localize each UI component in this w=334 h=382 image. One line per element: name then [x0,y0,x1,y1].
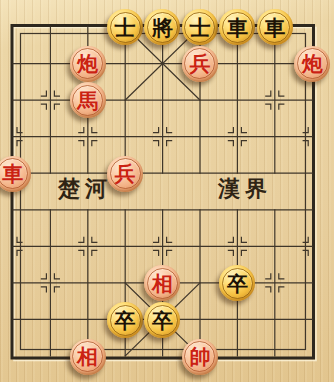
piece-glyph: 卒 [115,311,136,332]
piece-black-chariot[interactable]: 車 [219,9,255,45]
piece-black-general[interactable]: 將 [144,9,180,45]
piece-glyph: 卒 [227,274,248,295]
xiangqi-board[interactable]: 士將士車車炮兵炮馬車兵相卒卒卒相帥 [0,9,331,375]
piece-glyph: 車 [264,18,285,39]
piece-red-chariot[interactable]: 車 [0,156,31,192]
piece-glyph: 兵 [115,164,136,185]
piece-red-cannon[interactable]: 炮 [294,46,330,82]
piece-red-general[interactable]: 帥 [182,339,218,375]
game-screen: 楚河 漢界 士將士車車炮兵炮馬車兵相卒卒卒相帥 [0,0,334,382]
piece-black-soldier[interactable]: 卒 [219,265,255,301]
piece-glyph: 相 [77,347,98,368]
piece-glyph: 士 [189,18,210,39]
piece-glyph: 將 [152,18,173,39]
piece-black-soldier[interactable]: 卒 [107,302,143,338]
piece-red-cannon[interactable]: 炮 [70,46,106,82]
piece-glyph: 相 [152,274,173,295]
piece-black-advisor[interactable]: 士 [182,9,218,45]
piece-black-advisor[interactable]: 士 [107,9,143,45]
piece-glyph: 炮 [77,54,98,75]
piece-red-soldier[interactable]: 兵 [182,46,218,82]
piece-glyph: 車 [2,164,23,185]
piece-black-chariot[interactable]: 車 [257,9,293,45]
piece-red-elephant[interactable]: 相 [70,339,106,375]
piece-red-horse[interactable]: 馬 [70,82,106,118]
piece-glyph: 帥 [189,347,210,368]
piece-red-soldier[interactable]: 兵 [107,156,143,192]
piece-glyph: 卒 [152,311,173,332]
piece-glyph: 炮 [302,54,323,75]
piece-glyph: 兵 [189,54,210,75]
piece-glyph: 車 [227,18,248,39]
piece-red-elephant[interactable]: 相 [144,265,180,301]
piece-glyph: 士 [115,18,136,39]
piece-black-soldier[interactable]: 卒 [144,302,180,338]
piece-glyph: 馬 [77,91,98,112]
